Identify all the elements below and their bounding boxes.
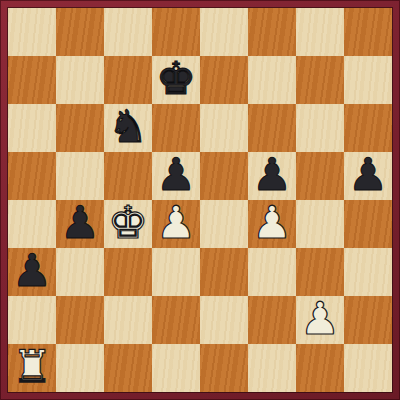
square-e2[interactable]: [200, 296, 248, 344]
square-g2[interactable]: ♟: [296, 296, 344, 344]
square-e1[interactable]: [200, 344, 248, 392]
white-king: ♚: [108, 200, 148, 247]
square-f4[interactable]: ♟: [248, 200, 296, 248]
square-d8[interactable]: [152, 8, 200, 56]
square-h2[interactable]: [344, 296, 392, 344]
square-c5[interactable]: [104, 152, 152, 200]
square-c6[interactable]: ♞: [104, 104, 152, 152]
square-a6[interactable]: [8, 104, 56, 152]
square-b5[interactable]: [56, 152, 104, 200]
square-b7[interactable]: [56, 56, 104, 104]
square-g8[interactable]: [296, 8, 344, 56]
white-pawn: ♟: [156, 200, 196, 247]
square-d5[interactable]: ♟: [152, 152, 200, 200]
square-b8[interactable]: [56, 8, 104, 56]
square-h7[interactable]: [344, 56, 392, 104]
black-knight: ♞: [108, 104, 148, 151]
square-h6[interactable]: [344, 104, 392, 152]
board-frame: ♚♞♟♟♟♟♚♟♟♟♟♜: [0, 0, 400, 400]
square-g6[interactable]: [296, 104, 344, 152]
square-c3[interactable]: [104, 248, 152, 296]
square-f2[interactable]: [248, 296, 296, 344]
square-g3[interactable]: [296, 248, 344, 296]
square-a8[interactable]: [8, 8, 56, 56]
white-pawn: ♟: [252, 200, 292, 247]
square-c4[interactable]: ♚: [104, 200, 152, 248]
square-h5[interactable]: ♟: [344, 152, 392, 200]
square-b2[interactable]: [56, 296, 104, 344]
square-f7[interactable]: [248, 56, 296, 104]
black-king: ♚: [156, 56, 196, 103]
square-e8[interactable]: [200, 8, 248, 56]
square-h8[interactable]: [344, 8, 392, 56]
white-rook: ♜: [12, 344, 52, 391]
square-a5[interactable]: [8, 152, 56, 200]
square-b4[interactable]: ♟: [56, 200, 104, 248]
square-e4[interactable]: [200, 200, 248, 248]
square-a7[interactable]: [8, 56, 56, 104]
square-e5[interactable]: [200, 152, 248, 200]
square-g7[interactable]: [296, 56, 344, 104]
square-d2[interactable]: [152, 296, 200, 344]
square-f6[interactable]: [248, 104, 296, 152]
square-f5[interactable]: ♟: [248, 152, 296, 200]
chess-board: ♚♞♟♟♟♟♚♟♟♟♟♜: [8, 8, 392, 392]
square-a3[interactable]: ♟: [8, 248, 56, 296]
square-b3[interactable]: [56, 248, 104, 296]
square-g4[interactable]: [296, 200, 344, 248]
square-h3[interactable]: [344, 248, 392, 296]
square-d7[interactable]: ♚: [152, 56, 200, 104]
black-pawn: ♟: [12, 248, 52, 295]
square-g1[interactable]: [296, 344, 344, 392]
square-a4[interactable]: [8, 200, 56, 248]
black-pawn: ♟: [156, 152, 196, 199]
square-f3[interactable]: [248, 248, 296, 296]
square-d6[interactable]: [152, 104, 200, 152]
square-h1[interactable]: [344, 344, 392, 392]
square-e3[interactable]: [200, 248, 248, 296]
black-pawn: ♟: [252, 152, 292, 199]
square-d3[interactable]: [152, 248, 200, 296]
square-c2[interactable]: [104, 296, 152, 344]
black-pawn: ♟: [60, 200, 100, 247]
square-c7[interactable]: [104, 56, 152, 104]
square-a1[interactable]: ♜: [8, 344, 56, 392]
square-f8[interactable]: [248, 8, 296, 56]
square-d1[interactable]: [152, 344, 200, 392]
black-pawn: ♟: [348, 152, 388, 199]
square-a2[interactable]: [8, 296, 56, 344]
square-b1[interactable]: [56, 344, 104, 392]
white-pawn: ♟: [300, 296, 340, 343]
square-b6[interactable]: [56, 104, 104, 152]
square-d4[interactable]: ♟: [152, 200, 200, 248]
square-e7[interactable]: [200, 56, 248, 104]
square-c8[interactable]: [104, 8, 152, 56]
square-g5[interactable]: [296, 152, 344, 200]
square-c1[interactable]: [104, 344, 152, 392]
square-e6[interactable]: [200, 104, 248, 152]
square-h4[interactable]: [344, 200, 392, 248]
square-f1[interactable]: [248, 344, 296, 392]
